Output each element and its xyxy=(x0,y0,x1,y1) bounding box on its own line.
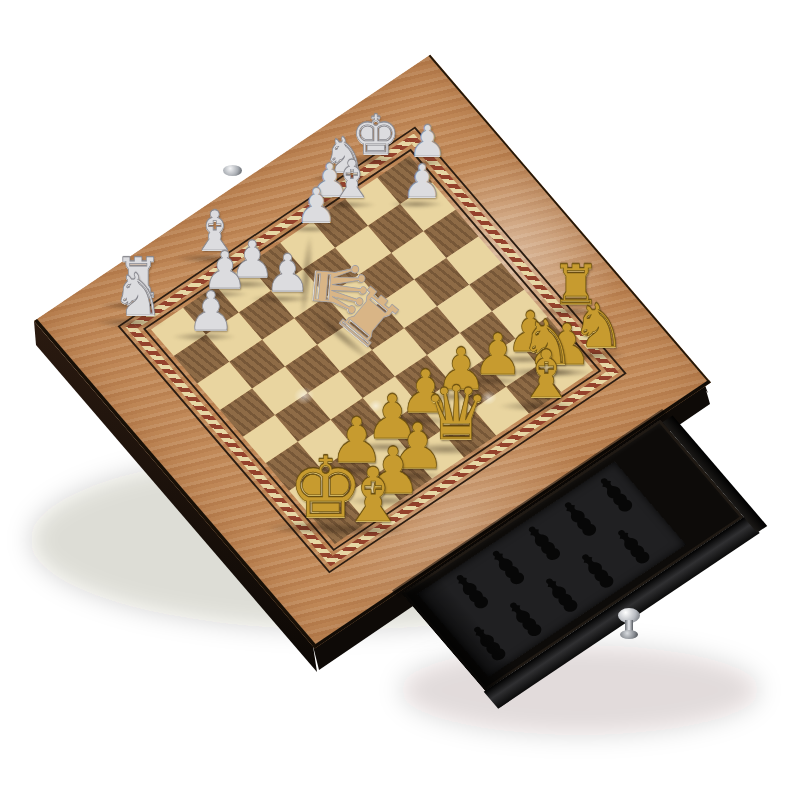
side-drawer-knob-icon[interactable] xyxy=(223,165,242,176)
piece-contact-shadow xyxy=(169,332,239,342)
piece-gold-bishop[interactable]: ♝ xyxy=(336,456,411,535)
piece-silver-pawn[interactable]: ♟ xyxy=(262,247,314,302)
foam-slot xyxy=(593,472,639,518)
chess-piece-glyph: ♟ xyxy=(399,158,445,206)
piece-contact-shadow xyxy=(387,200,446,208)
piece-silver-pawn[interactable]: ♟ xyxy=(184,283,238,340)
piece-contact-shadow xyxy=(315,524,412,537)
drawer-side-face xyxy=(662,415,767,532)
foam-slot xyxy=(538,572,584,618)
foam-slot xyxy=(521,520,567,566)
foam-slot xyxy=(610,524,656,570)
product-photo-chess-set: { "game": "chess", "scene": "wooden ches… xyxy=(0,0,800,800)
piece-silver-knight[interactable]: ♞ xyxy=(109,264,168,326)
foam-slot xyxy=(485,544,531,590)
piece-gold-bishop[interactable]: ♝ xyxy=(513,341,579,411)
piece-contact-shadow xyxy=(92,317,168,328)
chess-piece-glyph: ♟ xyxy=(293,181,340,231)
piece-contact-shadow xyxy=(247,294,314,303)
drawer-knob-icon[interactable] xyxy=(616,608,642,640)
piece-contact-shadow xyxy=(495,401,581,413)
piece-silver-pawn[interactable]: ♟ xyxy=(293,181,340,231)
piece-silver-pawn[interactable]: ♟ xyxy=(399,158,445,206)
foam-slot xyxy=(574,548,620,594)
foam-slot xyxy=(502,596,548,642)
foam-slot xyxy=(557,496,603,542)
